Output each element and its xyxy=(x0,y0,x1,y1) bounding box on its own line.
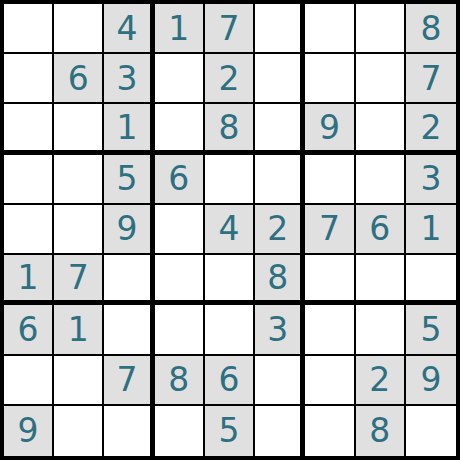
cell-r5c3: 9 xyxy=(104,205,154,255)
cell-r7c4[interactable] xyxy=(155,305,205,355)
cell-r1c7[interactable] xyxy=(305,4,355,54)
cell-r3c4[interactable] xyxy=(155,104,205,154)
cell-r4c1[interactable] xyxy=(4,155,54,205)
cell-r6c7[interactable] xyxy=(305,255,355,305)
cell-r9c3[interactable] xyxy=(104,406,154,456)
cell-r2c7[interactable] xyxy=(305,54,355,104)
cell-r9c6[interactable] xyxy=(255,406,305,456)
cell-r8c4: 8 xyxy=(155,356,205,406)
cell-r1c6[interactable] xyxy=(255,4,305,54)
cell-r4c5[interactable] xyxy=(205,155,255,205)
cell-r9c9[interactable] xyxy=(406,406,456,456)
cell-r8c3: 7 xyxy=(104,356,154,406)
cell-r3c3: 1 xyxy=(104,104,154,154)
cell-r8c6[interactable] xyxy=(255,356,305,406)
cell-r4c9: 3 xyxy=(406,155,456,205)
cell-r8c9: 9 xyxy=(406,356,456,406)
cell-r7c5[interactable] xyxy=(205,305,255,355)
cell-r2c3: 3 xyxy=(104,54,154,104)
cell-r4c6[interactable] xyxy=(255,155,305,205)
cell-r9c2[interactable] xyxy=(54,406,104,456)
cell-r7c1: 6 xyxy=(4,305,54,355)
cell-r6c5[interactable] xyxy=(205,255,255,305)
cell-r9c5: 5 xyxy=(205,406,255,456)
cell-r1c5: 7 xyxy=(205,4,255,54)
cell-r2c2: 6 xyxy=(54,54,104,104)
cell-r3c6[interactable] xyxy=(255,104,305,154)
cell-r4c7[interactable] xyxy=(305,155,355,205)
cell-r9c7[interactable] xyxy=(305,406,355,456)
cell-r4c2[interactable] xyxy=(54,155,104,205)
cell-r5c6: 2 xyxy=(255,205,305,255)
cell-r6c9[interactable] xyxy=(406,255,456,305)
cell-r6c8[interactable] xyxy=(356,255,406,305)
cell-r6c6: 8 xyxy=(255,255,305,305)
cell-r3c7: 9 xyxy=(305,104,355,154)
cell-r3c8[interactable] xyxy=(356,104,406,154)
cell-r5c9: 1 xyxy=(406,205,456,255)
cell-r2c6[interactable] xyxy=(255,54,305,104)
cell-r1c2[interactable] xyxy=(54,4,104,54)
cell-r3c2[interactable] xyxy=(54,104,104,154)
cell-r1c4: 1 xyxy=(155,4,205,54)
cell-r8c5: 6 xyxy=(205,356,255,406)
sudoku-board: 417863271892563942761178613578629958 xyxy=(0,0,460,460)
cell-r8c1[interactable] xyxy=(4,356,54,406)
cell-r5c8: 6 xyxy=(356,205,406,255)
cell-r7c9: 5 xyxy=(406,305,456,355)
cell-r3c5: 8 xyxy=(205,104,255,154)
cell-r5c4[interactable] xyxy=(155,205,205,255)
cell-r2c5: 2 xyxy=(205,54,255,104)
cell-r6c4[interactable] xyxy=(155,255,205,305)
cell-r2c9: 7 xyxy=(406,54,456,104)
cell-r8c2[interactable] xyxy=(54,356,104,406)
cell-r8c7[interactable] xyxy=(305,356,355,406)
cell-r4c8[interactable] xyxy=(356,155,406,205)
cell-r8c8: 2 xyxy=(356,356,406,406)
cell-r3c9: 2 xyxy=(406,104,456,154)
cell-r7c8[interactable] xyxy=(356,305,406,355)
cell-r5c2[interactable] xyxy=(54,205,104,255)
cell-r5c5: 4 xyxy=(205,205,255,255)
cell-r4c4: 6 xyxy=(155,155,205,205)
cell-r2c1[interactable] xyxy=(4,54,54,104)
cell-r1c1[interactable] xyxy=(4,4,54,54)
cell-r9c1: 9 xyxy=(4,406,54,456)
cell-r4c3: 5 xyxy=(104,155,154,205)
cell-r5c1[interactable] xyxy=(4,205,54,255)
cell-r5c7: 7 xyxy=(305,205,355,255)
cell-r7c6: 3 xyxy=(255,305,305,355)
cell-r1c9: 8 xyxy=(406,4,456,54)
cell-r2c8[interactable] xyxy=(356,54,406,104)
cell-r9c4[interactable] xyxy=(155,406,205,456)
cell-r9c8: 8 xyxy=(356,406,406,456)
cell-r6c3[interactable] xyxy=(104,255,154,305)
cell-r7c7[interactable] xyxy=(305,305,355,355)
cell-r1c8[interactable] xyxy=(356,4,406,54)
cell-r7c2: 1 xyxy=(54,305,104,355)
cell-r3c1[interactable] xyxy=(4,104,54,154)
cell-r2c4[interactable] xyxy=(155,54,205,104)
cell-r6c2: 7 xyxy=(54,255,104,305)
cell-r6c1: 1 xyxy=(4,255,54,305)
cell-r1c3: 4 xyxy=(104,4,154,54)
cell-r7c3[interactable] xyxy=(104,305,154,355)
